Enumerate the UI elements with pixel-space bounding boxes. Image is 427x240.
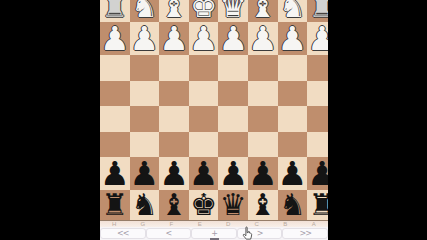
black-rook: ♜ [101, 190, 128, 220]
white-pawn: ♟ [248, 22, 278, 55]
black-pawn: ♟ [218, 157, 248, 190]
black-king: ♚ [190, 190, 217, 220]
square-e5[interactable] [189, 106, 219, 132]
square-e6[interactable] [189, 132, 219, 158]
square-g5[interactable] [130, 106, 160, 132]
chess-board: ♜♞♝♚♛♝♞♜♟♟♟♟♟♟♟♟♟♟♟♟♟♟♟♟♜♞♝♚♛♝♞♜ [100, 0, 328, 220]
white-pawn: ♟ [159, 22, 189, 55]
square-d1[interactable]: ♛ [218, 0, 248, 22]
square-b1[interactable]: ♞ [278, 0, 308, 22]
square-h6[interactable] [100, 132, 130, 158]
square-a2[interactable]: ♟ [307, 22, 328, 55]
square-g8[interactable]: ♞ [130, 190, 160, 220]
white-queen: ♛ [220, 0, 247, 22]
square-e7[interactable]: ♟ [189, 157, 219, 190]
square-a5[interactable] [307, 106, 328, 132]
file-labels: HGFEDCBA [100, 220, 328, 227]
black-pawn: ♟ [159, 157, 189, 190]
square-b6[interactable] [278, 132, 308, 158]
white-pawn: ♟ [130, 22, 160, 55]
square-d4[interactable] [218, 81, 248, 107]
white-rook: ♜ [309, 0, 329, 22]
square-e3[interactable] [189, 55, 219, 81]
square-c4[interactable] [248, 81, 278, 107]
square-a4[interactable] [307, 81, 328, 107]
square-f4[interactable] [159, 81, 189, 107]
black-knight: ♞ [131, 190, 158, 220]
square-h2[interactable]: ♟ [100, 22, 130, 55]
square-f2[interactable]: ♟ [159, 22, 189, 55]
square-f5[interactable] [159, 106, 189, 132]
square-b7[interactable]: ♟ [278, 157, 308, 190]
white-pawn: ♟ [218, 22, 248, 55]
square-f7[interactable]: ♟ [159, 157, 189, 190]
square-e8[interactable]: ♚ [189, 190, 219, 220]
square-b4[interactable] [278, 81, 308, 107]
white-knight: ♞ [279, 0, 306, 22]
square-g2[interactable]: ♟ [130, 22, 160, 55]
nav-go-start-button[interactable]: << [100, 228, 146, 239]
square-b2[interactable]: ♟ [278, 22, 308, 55]
white-pawn: ♟ [100, 22, 130, 55]
square-c6[interactable] [248, 132, 278, 158]
square-d8[interactable]: ♛ [218, 190, 248, 220]
black-pawn: ♟ [100, 157, 130, 190]
square-e4[interactable] [189, 81, 219, 107]
white-bishop: ♝ [249, 0, 276, 22]
black-pawn: ♟ [189, 157, 219, 190]
black-bishop: ♝ [249, 190, 276, 220]
square-g7[interactable]: ♟ [130, 157, 160, 190]
square-h8[interactable]: ♜ [100, 190, 130, 220]
square-c2[interactable]: ♟ [248, 22, 278, 55]
square-e1[interactable]: ♚ [189, 0, 219, 22]
square-b3[interactable] [278, 55, 308, 81]
square-h1[interactable]: ♜ [100, 0, 130, 22]
white-pawn: ♟ [307, 22, 328, 55]
square-h7[interactable]: ♟ [100, 157, 130, 190]
square-a1[interactable]: ♜ [307, 0, 328, 22]
black-pawn: ♟ [248, 157, 278, 190]
black-bishop: ♝ [161, 190, 188, 220]
white-pawn: ♟ [278, 22, 308, 55]
square-c5[interactable] [248, 106, 278, 132]
square-c8[interactable]: ♝ [248, 190, 278, 220]
square-h3[interactable] [100, 55, 130, 81]
square-f3[interactable] [159, 55, 189, 81]
square-d2[interactable]: ♟ [218, 22, 248, 55]
square-c7[interactable]: ♟ [248, 157, 278, 190]
square-c3[interactable] [248, 55, 278, 81]
white-pawn: ♟ [189, 22, 219, 55]
white-bishop: ♝ [161, 0, 188, 22]
square-f8[interactable]: ♝ [159, 190, 189, 220]
chess-viewer: ♜♞♝♚♛♝♞♜♟♟♟♟♟♟♟♟♟♟♟♟♟♟♟♟♜♞♝♚♛♝♞♜ HGFEDCB… [0, 0, 427, 240]
black-pawn: ♟ [278, 157, 308, 190]
square-h4[interactable] [100, 81, 130, 107]
black-rook: ♜ [309, 190, 329, 220]
square-a3[interactable] [307, 55, 328, 81]
square-f6[interactable] [159, 132, 189, 158]
white-knight: ♞ [131, 0, 158, 22]
square-a7[interactable]: ♟ [307, 157, 328, 190]
nav-go-end-button[interactable]: >> [282, 228, 328, 239]
black-pawn: ♟ [307, 157, 328, 190]
board-grid: ♜♞♝♚♛♝♞♜♟♟♟♟♟♟♟♟♟♟♟♟♟♟♟♟♜♞♝♚♛♝♞♜ [100, 0, 328, 220]
black-knight: ♞ [279, 190, 306, 220]
white-rook: ♜ [101, 0, 128, 22]
white-king: ♚ [190, 0, 217, 22]
square-g4[interactable] [130, 81, 160, 107]
square-d7[interactable]: ♟ [218, 157, 248, 190]
square-d6[interactable] [218, 132, 248, 158]
square-d5[interactable] [218, 106, 248, 132]
square-e2[interactable]: ♟ [189, 22, 219, 55]
square-a6[interactable] [307, 132, 328, 158]
square-a8[interactable]: ♜ [307, 190, 328, 220]
square-g3[interactable] [130, 55, 160, 81]
square-b5[interactable] [278, 106, 308, 132]
square-g6[interactable] [130, 132, 160, 158]
square-g1[interactable]: ♞ [130, 0, 160, 22]
black-pawn: ♟ [130, 157, 160, 190]
move-navigation-bar: <<<+>>> [100, 227, 328, 240]
nav-step-back-button[interactable]: < [146, 228, 192, 239]
square-h5[interactable] [100, 106, 130, 132]
nav-step-forward-button[interactable]: > [237, 228, 283, 239]
square-b8[interactable]: ♞ [278, 190, 308, 220]
black-queen: ♛ [220, 190, 247, 220]
square-d3[interactable] [218, 55, 248, 81]
square-c1[interactable]: ♝ [248, 0, 278, 22]
square-f1[interactable]: ♝ [159, 0, 189, 22]
